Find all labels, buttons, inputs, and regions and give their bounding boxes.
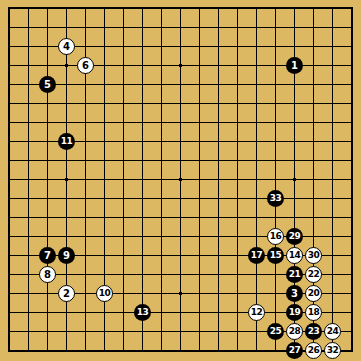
go-board[interactable]: 1234567891011121314151617181920212223242… (0, 0, 361, 361)
stone-white-2: 2 (58, 285, 75, 302)
hoshi-point (179, 292, 182, 295)
hoshi-point (179, 178, 182, 181)
move-number: 10 (99, 289, 111, 298)
hoshi-point (65, 178, 68, 181)
move-number: 17 (251, 251, 263, 260)
stone-black-13: 13 (134, 304, 151, 321)
stone-white-6: 6 (77, 57, 94, 74)
stone-black-19: 19 (286, 304, 303, 321)
move-number: 30 (308, 251, 320, 260)
stone-black-25: 25 (267, 323, 284, 340)
move-number: 21 (289, 270, 301, 279)
stone-white-22: 22 (305, 266, 322, 283)
move-number: 6 (82, 61, 89, 71)
stone-white-4: 4 (58, 38, 75, 55)
stone-black-7: 7 (39, 247, 56, 264)
stone-black-15: 15 (267, 247, 284, 264)
move-number: 28 (289, 327, 301, 336)
move-number: 23 (308, 327, 320, 336)
hoshi-point (179, 64, 182, 67)
move-number: 33 (270, 194, 282, 203)
stone-white-24: 24 (324, 323, 341, 340)
hoshi-point (65, 64, 68, 67)
move-number: 16 (270, 232, 282, 241)
move-number: 29 (289, 232, 301, 241)
move-number: 19 (289, 308, 301, 317)
stone-black-27: 27 (286, 342, 303, 359)
move-number: 5 (44, 80, 51, 90)
stone-black-5: 5 (39, 76, 56, 93)
move-number: 26 (308, 346, 320, 355)
move-number: 9 (63, 251, 70, 261)
stone-black-33: 33 (267, 190, 284, 207)
stone-black-21: 21 (286, 266, 303, 283)
move-number: 32 (327, 346, 339, 355)
move-number: 27 (289, 346, 301, 355)
move-number: 3 (291, 289, 298, 299)
move-number: 13 (137, 308, 149, 317)
move-number: 12 (251, 308, 263, 317)
stone-white-32: 32 (324, 342, 341, 359)
move-number: 20 (308, 289, 320, 298)
stone-white-14: 14 (286, 247, 303, 264)
stone-white-8: 8 (39, 266, 56, 283)
stone-black-3: 3 (286, 285, 303, 302)
stone-white-26: 26 (305, 342, 322, 359)
stone-white-18: 18 (305, 304, 322, 321)
move-number: 2 (63, 289, 70, 299)
stone-black-9: 9 (58, 247, 75, 264)
stone-black-1: 1 (286, 57, 303, 74)
stone-black-23: 23 (305, 323, 322, 340)
move-number: 22 (308, 270, 320, 279)
stone-white-30: 30 (305, 247, 322, 264)
move-number: 8 (44, 270, 51, 280)
move-number: 18 (308, 308, 320, 317)
move-number: 11 (61, 137, 73, 146)
move-number: 14 (289, 251, 301, 260)
stone-black-17: 17 (248, 247, 265, 264)
move-number: 4 (63, 42, 70, 52)
stone-black-29: 29 (286, 228, 303, 245)
move-number: 24 (327, 327, 339, 336)
move-number: 1 (291, 61, 298, 71)
hoshi-point (293, 178, 296, 181)
stone-white-16: 16 (267, 228, 284, 245)
stone-black-11: 11 (58, 133, 75, 150)
move-number: 25 (270, 327, 282, 336)
stone-white-10: 10 (96, 285, 113, 302)
move-number: 7 (44, 251, 51, 261)
stone-white-20: 20 (305, 285, 322, 302)
stone-white-12: 12 (248, 304, 265, 321)
stone-white-28: 28 (286, 323, 303, 340)
move-number: 15 (270, 251, 282, 260)
